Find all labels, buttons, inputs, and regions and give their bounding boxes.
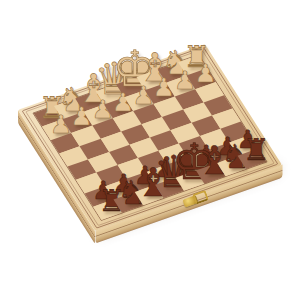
chess-set-photo: ♜♞♝♛♚♝♞♜♟♟♟♟♟♟♟♟♟♟♟♟♟♟♟♟♜♞♝♛♚♝♞♜ [0,0,292,292]
chess-board: ♜♞♝♛♚♝♞♜♟♟♟♟♟♟♟♟♟♟♟♟♟♟♟♟♜♞♝♛♚♝♞♜ [18,44,282,231]
